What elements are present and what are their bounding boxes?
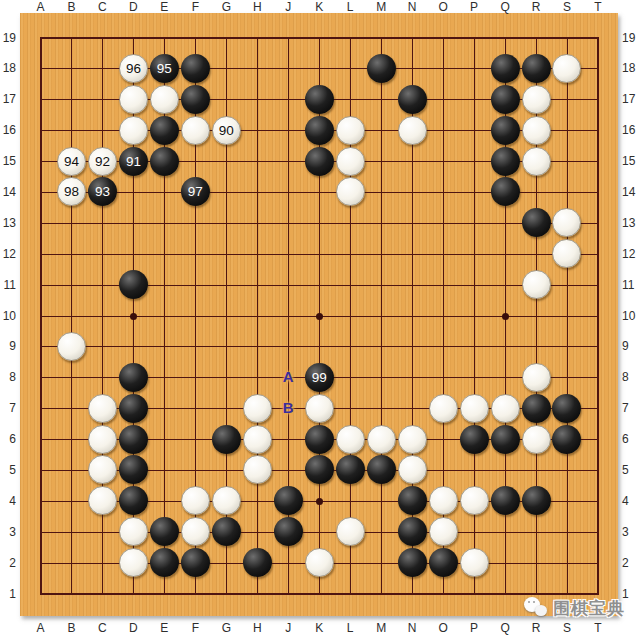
stone-white-d2[interactable] bbox=[119, 548, 148, 577]
star-point-d10 bbox=[130, 313, 137, 320]
star-point-k10 bbox=[316, 313, 323, 320]
coord-left-13: 13 bbox=[0, 216, 16, 230]
coord-right-11: 11 bbox=[622, 278, 638, 292]
star-point-q10 bbox=[502, 313, 509, 320]
coord-top-m: M bbox=[371, 0, 391, 14]
coord-bottom-q: Q bbox=[495, 621, 515, 635]
coord-bottom-h: H bbox=[247, 621, 267, 635]
stone-black-r18[interactable] bbox=[522, 54, 551, 83]
stone-white-r17[interactable] bbox=[522, 85, 551, 114]
coord-right-3: 3 bbox=[622, 525, 638, 539]
stone-black-h2[interactable] bbox=[243, 548, 272, 577]
stone-black-r7[interactable] bbox=[522, 394, 551, 423]
stone-black-o2[interactable] bbox=[429, 548, 458, 577]
coord-bottom-a: A bbox=[31, 621, 51, 635]
stone-black-k17[interactable] bbox=[305, 85, 334, 114]
stone-black-d8[interactable] bbox=[119, 363, 148, 392]
stone-black-e18[interactable]: 95 bbox=[150, 54, 179, 83]
coord-left-7: 7 bbox=[0, 401, 16, 415]
coord-top-p: P bbox=[464, 0, 484, 14]
coord-right-9: 9 bbox=[622, 339, 638, 353]
coord-bottom-t: T bbox=[588, 621, 608, 635]
stone-white-c6[interactable] bbox=[88, 425, 117, 454]
coord-right-16: 16 bbox=[622, 123, 638, 137]
stone-black-q15[interactable] bbox=[491, 147, 520, 176]
stone-black-d11[interactable] bbox=[119, 270, 148, 299]
stone-white-l14[interactable] bbox=[336, 177, 365, 206]
stone-black-n3[interactable] bbox=[398, 517, 427, 546]
stone-white-n5[interactable] bbox=[398, 455, 427, 484]
stone-white-p4[interactable] bbox=[460, 486, 489, 515]
stone-white-r15[interactable] bbox=[522, 147, 551, 176]
coord-left-11: 11 bbox=[0, 278, 16, 292]
coord-left-3: 3 bbox=[0, 525, 16, 539]
stone-white-e17[interactable] bbox=[150, 85, 179, 114]
stone-white-k7[interactable] bbox=[305, 394, 334, 423]
coord-right-7: 7 bbox=[622, 401, 638, 415]
coord-left-4: 4 bbox=[0, 494, 16, 508]
stone-white-k2[interactable] bbox=[305, 548, 334, 577]
coord-top-n: N bbox=[402, 0, 422, 14]
stone-white-c15[interactable]: 92 bbox=[88, 147, 117, 176]
coord-top-f: F bbox=[185, 0, 205, 14]
stone-white-o4[interactable] bbox=[429, 486, 458, 515]
coord-right-8: 8 bbox=[622, 370, 638, 384]
stone-black-m5[interactable] bbox=[367, 455, 396, 484]
coord-left-12: 12 bbox=[0, 247, 16, 261]
coord-left-5: 5 bbox=[0, 463, 16, 477]
stone-black-f17[interactable] bbox=[181, 85, 210, 114]
stone-black-n2[interactable] bbox=[398, 548, 427, 577]
coord-top-h: H bbox=[247, 0, 267, 14]
coord-right-5: 5 bbox=[622, 463, 638, 477]
stone-white-p7[interactable] bbox=[460, 394, 489, 423]
stone-black-g3[interactable] bbox=[212, 517, 241, 546]
coord-bottom-n: N bbox=[402, 621, 422, 635]
coord-bottom-b: B bbox=[61, 621, 81, 635]
coord-bottom-r: R bbox=[526, 621, 546, 635]
coord-right-6: 6 bbox=[622, 432, 638, 446]
stone-white-r16[interactable] bbox=[522, 116, 551, 145]
stone-black-q16[interactable] bbox=[491, 116, 520, 145]
coord-left-19: 19 bbox=[0, 31, 16, 45]
coord-right-17: 17 bbox=[622, 92, 638, 106]
coord-bottom-c: C bbox=[92, 621, 112, 635]
watermark: 围棋宝典 bbox=[524, 596, 625, 620]
coord-right-13: 13 bbox=[622, 216, 638, 230]
grid-line-horizontal bbox=[41, 223, 598, 224]
stone-white-b9[interactable] bbox=[57, 332, 86, 361]
stone-white-f16[interactable] bbox=[181, 116, 210, 145]
coord-bottom-d: D bbox=[123, 621, 143, 635]
coord-bottom-k: K bbox=[309, 621, 329, 635]
coord-left-16: 16 bbox=[0, 123, 16, 137]
board-marker-a[interactable]: A bbox=[278, 367, 298, 387]
coord-top-t: T bbox=[588, 0, 608, 14]
stone-black-g6[interactable] bbox=[212, 425, 241, 454]
coord-bottom-g: G bbox=[216, 621, 236, 635]
stone-black-q18[interactable] bbox=[491, 54, 520, 83]
coord-left-15: 15 bbox=[0, 154, 16, 168]
coord-bottom-p: P bbox=[464, 621, 484, 635]
stone-black-j4[interactable] bbox=[274, 486, 303, 515]
stone-black-k5[interactable] bbox=[305, 455, 334, 484]
stone-black-q17[interactable] bbox=[491, 85, 520, 114]
stone-black-l5[interactable] bbox=[336, 455, 365, 484]
stone-black-f18[interactable] bbox=[181, 54, 210, 83]
coord-left-10: 10 bbox=[0, 309, 16, 323]
stone-white-l16[interactable] bbox=[336, 116, 365, 145]
coord-bottom-m: M bbox=[371, 621, 391, 635]
coord-bottom-j: J bbox=[278, 621, 298, 635]
coord-top-b: B bbox=[61, 0, 81, 14]
stone-black-e16[interactable] bbox=[150, 116, 179, 145]
stone-white-d17[interactable] bbox=[119, 85, 148, 114]
coord-left-14: 14 bbox=[0, 185, 16, 199]
coord-top-j: J bbox=[278, 0, 298, 14]
coord-bottom-f: F bbox=[185, 621, 205, 635]
stone-white-o3[interactable] bbox=[429, 517, 458, 546]
stone-black-q4[interactable] bbox=[491, 486, 520, 515]
stone-white-q7[interactable] bbox=[491, 394, 520, 423]
stone-black-r4[interactable] bbox=[522, 486, 551, 515]
coord-right-2: 2 bbox=[622, 556, 638, 570]
coord-top-s: S bbox=[557, 0, 577, 14]
coord-right-14: 14 bbox=[622, 185, 638, 199]
coord-bottom-s: S bbox=[557, 621, 577, 635]
coord-right-15: 15 bbox=[622, 154, 638, 168]
stone-white-m6[interactable] bbox=[367, 425, 396, 454]
stone-white-h7[interactable] bbox=[243, 394, 272, 423]
stone-white-r8[interactable] bbox=[522, 363, 551, 392]
stone-black-n4[interactable] bbox=[398, 486, 427, 515]
stone-white-o7[interactable] bbox=[429, 394, 458, 423]
watermark-text: 围棋宝典 bbox=[553, 597, 625, 620]
stone-black-d15[interactable]: 91 bbox=[119, 147, 148, 176]
stone-white-b15[interactable]: 94 bbox=[57, 147, 86, 176]
grid-line-horizontal bbox=[41, 254, 598, 255]
stone-black-m18[interactable] bbox=[367, 54, 396, 83]
stone-black-n17[interactable] bbox=[398, 85, 427, 114]
stone-black-r13[interactable] bbox=[522, 208, 551, 237]
coord-top-o: O bbox=[433, 0, 453, 14]
stone-black-q6[interactable] bbox=[491, 425, 520, 454]
board-marker-b[interactable]: B bbox=[278, 398, 298, 418]
coord-bottom-o: O bbox=[433, 621, 453, 635]
stone-white-d3[interactable] bbox=[119, 517, 148, 546]
go-stones-chat-icon bbox=[524, 597, 550, 619]
coord-left-18: 18 bbox=[0, 61, 16, 75]
stone-black-k8[interactable]: 99 bbox=[305, 363, 334, 392]
coord-bottom-e: E bbox=[154, 621, 174, 635]
coord-top-d: D bbox=[123, 0, 143, 14]
stone-black-p6[interactable] bbox=[460, 425, 489, 454]
stone-white-d18[interactable]: 96 bbox=[119, 54, 148, 83]
stone-white-d16[interactable] bbox=[119, 116, 148, 145]
coord-right-4: 4 bbox=[622, 494, 638, 508]
stone-white-l6[interactable] bbox=[336, 425, 365, 454]
coord-left-1: 1 bbox=[0, 587, 16, 601]
stone-black-s6[interactable] bbox=[552, 425, 581, 454]
stone-white-c7[interactable] bbox=[88, 394, 117, 423]
coord-right-12: 12 bbox=[622, 247, 638, 261]
stone-white-l3[interactable] bbox=[336, 517, 365, 546]
stone-white-n16[interactable] bbox=[398, 116, 427, 145]
coord-left-9: 9 bbox=[0, 339, 16, 353]
stone-black-e3[interactable] bbox=[150, 517, 179, 546]
coord-left-2: 2 bbox=[0, 556, 16, 570]
stone-black-j3[interactable] bbox=[274, 517, 303, 546]
stone-black-d7[interactable] bbox=[119, 394, 148, 423]
grid-line-horizontal bbox=[41, 346, 598, 347]
coord-left-6: 6 bbox=[0, 432, 16, 446]
coord-top-c: C bbox=[92, 0, 112, 14]
stone-black-d6[interactable] bbox=[119, 425, 148, 454]
stone-black-k15[interactable] bbox=[305, 147, 334, 176]
stone-white-r11[interactable] bbox=[522, 270, 551, 299]
stone-white-g16[interactable]: 90 bbox=[212, 116, 241, 145]
coord-right-18: 18 bbox=[622, 61, 638, 75]
coord-top-k: K bbox=[309, 0, 329, 14]
coord-bottom-l: L bbox=[340, 621, 360, 635]
coord-right-10: 10 bbox=[622, 309, 638, 323]
coord-right-19: 19 bbox=[622, 31, 638, 45]
stone-white-l15[interactable] bbox=[336, 147, 365, 176]
stone-white-h6[interactable] bbox=[243, 425, 272, 454]
coord-left-17: 17 bbox=[0, 92, 16, 106]
stone-white-f4[interactable] bbox=[181, 486, 210, 515]
stone-white-r6[interactable] bbox=[522, 425, 551, 454]
stone-white-g4[interactable] bbox=[212, 486, 241, 515]
stone-black-k16[interactable] bbox=[305, 116, 334, 145]
go-diagram-screen: 96959094929198939799AB ABCDEFGHJKLMNOPQR… bbox=[0, 0, 639, 636]
stone-black-q14[interactable] bbox=[491, 177, 520, 206]
stone-black-k6[interactable] bbox=[305, 425, 334, 454]
stone-white-n6[interactable] bbox=[398, 425, 427, 454]
stone-black-e15[interactable] bbox=[150, 147, 179, 176]
coord-top-e: E bbox=[154, 0, 174, 14]
coord-top-r: R bbox=[526, 0, 546, 14]
coord-top-g: G bbox=[216, 0, 236, 14]
go-board[interactable]: 96959094929198939799AB bbox=[20, 13, 618, 616]
stone-white-p2[interactable] bbox=[460, 548, 489, 577]
coord-top-q: Q bbox=[495, 0, 515, 14]
stone-black-s7[interactable] bbox=[552, 394, 581, 423]
coord-top-a: A bbox=[31, 0, 51, 14]
stone-white-f3[interactable] bbox=[181, 517, 210, 546]
coord-top-l: L bbox=[340, 0, 360, 14]
stone-black-f2[interactable] bbox=[181, 548, 210, 577]
stone-black-e2[interactable] bbox=[150, 548, 179, 577]
coord-left-8: 8 bbox=[0, 370, 16, 384]
